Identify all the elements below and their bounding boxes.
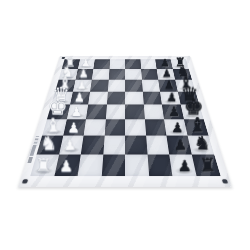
square <box>109 59 125 69</box>
square <box>90 80 109 92</box>
square <box>86 104 107 119</box>
square <box>180 104 203 119</box>
square <box>125 59 141 69</box>
square <box>172 69 191 80</box>
square <box>177 91 199 104</box>
square <box>175 80 195 92</box>
square <box>104 119 125 136</box>
square <box>78 154 104 176</box>
square <box>170 59 188 69</box>
square <box>84 119 106 136</box>
square <box>125 119 146 136</box>
square <box>93 59 110 69</box>
square <box>101 154 125 176</box>
square <box>105 104 125 119</box>
product-photo: ♜♟♟♜♞♟♟♞♝♟♟♝♛♟♟♛♚♟♟♚♝♟♟♝♞♟♟♞♜♟♟♜ <box>0 0 250 250</box>
square <box>81 136 105 155</box>
chess-mat: ♜♟♟♜♞♟♟♞♝♟♟♝♛♟♟♛♚♟♟♚♝♟♟♝♞♟♟♞♜♟♟♜ <box>18 56 232 187</box>
corner-grommet-bottom-right-icon <box>222 179 228 183</box>
square <box>103 136 126 155</box>
square <box>125 154 149 176</box>
square <box>108 80 126 92</box>
square <box>125 80 143 92</box>
square <box>92 69 110 80</box>
square <box>125 69 142 80</box>
square <box>107 91 126 104</box>
square <box>125 91 144 104</box>
square <box>125 136 148 155</box>
square <box>88 91 108 104</box>
square <box>108 69 125 80</box>
square <box>125 104 145 119</box>
